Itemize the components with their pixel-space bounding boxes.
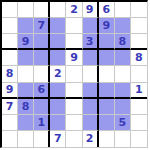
cell-r2c4[interactable]: [50, 18, 66, 34]
cell-r9c7[interactable]: [99, 131, 115, 147]
cell-r3c9[interactable]: [131, 34, 147, 50]
cell-r8c5[interactable]: [66, 115, 82, 131]
cell-r3c6[interactable]: 3: [83, 34, 99, 50]
cell-r5c5[interactable]: [66, 66, 82, 82]
cell-r7c6[interactable]: [83, 99, 99, 115]
cell-r8c2[interactable]: [18, 115, 34, 131]
cell-r6c7[interactable]: [99, 83, 115, 99]
cell-r9c1[interactable]: [2, 131, 18, 147]
cell-r5c1[interactable]: 8: [2, 66, 18, 82]
cell-r2c5[interactable]: [66, 18, 82, 34]
cell-r4c7[interactable]: [99, 50, 115, 66]
cell-r4c3[interactable]: [34, 50, 50, 66]
cell-r7c1[interactable]: 7: [2, 99, 18, 115]
cell-r8c4[interactable]: [50, 115, 66, 131]
cell-r7c7[interactable]: [99, 99, 115, 115]
cell-r6c3[interactable]: 6: [34, 83, 50, 99]
cell-r2c1[interactable]: [2, 18, 18, 34]
cell-r1c4[interactable]: [50, 2, 66, 18]
cell-r9c4[interactable]: 7: [50, 131, 66, 147]
cell-r9c9[interactable]: [131, 131, 147, 147]
cell-r3c1[interactable]: [2, 34, 18, 50]
cell-r8c3[interactable]: 1: [34, 115, 50, 131]
cell-r6c9[interactable]: 1: [131, 83, 147, 99]
cell-r2c6[interactable]: [83, 18, 99, 34]
cell-r2c3[interactable]: 7: [34, 18, 50, 34]
cell-r2c8[interactable]: [115, 18, 131, 34]
cell-r5c7[interactable]: [99, 66, 115, 82]
cell-r7c2[interactable]: 8: [18, 99, 34, 115]
cell-r6c8[interactable]: [115, 83, 131, 99]
cell-r2c2[interactable]: [18, 18, 34, 34]
cell-r6c2[interactable]: [18, 83, 34, 99]
cell-r2c9[interactable]: [131, 18, 147, 34]
cell-r3c2[interactable]: 9: [18, 34, 34, 50]
cell-r8c7[interactable]: [99, 115, 115, 131]
cell-r9c8[interactable]: [115, 131, 131, 147]
cell-r5c4[interactable]: 2: [50, 66, 66, 82]
cell-r7c8[interactable]: [115, 99, 131, 115]
cell-r5c8[interactable]: [115, 66, 131, 82]
cell-r9c2[interactable]: [18, 131, 34, 147]
cell-r6c1[interactable]: 9: [2, 83, 18, 99]
cell-r4c6[interactable]: [83, 50, 99, 66]
cell-r9c6[interactable]: 2: [83, 131, 99, 147]
cell-r6c6[interactable]: [83, 83, 99, 99]
cell-r7c5[interactable]: [66, 99, 82, 115]
cell-r8c9[interactable]: [131, 115, 147, 131]
cell-r5c3[interactable]: [34, 66, 50, 82]
cell-r1c5[interactable]: 2: [66, 2, 82, 18]
cell-r4c9[interactable]: 8: [131, 50, 147, 66]
cell-r6c5[interactable]: [66, 83, 82, 99]
cell-r9c5[interactable]: [66, 131, 82, 147]
cell-r7c9[interactable]: [131, 99, 147, 115]
cell-r3c4[interactable]: [50, 34, 66, 50]
cell-r7c3[interactable]: [34, 99, 50, 115]
cell-r7c4[interactable]: [50, 99, 66, 115]
cell-r1c2[interactable]: [18, 2, 34, 18]
cell-r4c4[interactable]: [50, 50, 66, 66]
cell-r5c9[interactable]: [131, 66, 147, 82]
cell-r2c7[interactable]: 9: [99, 18, 115, 34]
sudoku-board: 296799389882961781572: [0, 0, 148, 148]
cell-r3c7[interactable]: [99, 34, 115, 50]
cell-r3c5[interactable]: [66, 34, 82, 50]
cell-r3c8[interactable]: 8: [115, 34, 131, 50]
cell-r8c6[interactable]: [83, 115, 99, 131]
cell-r1c7[interactable]: 6: [99, 2, 115, 18]
cell-r3c3[interactable]: [34, 34, 50, 50]
cell-r4c1[interactable]: [2, 50, 18, 66]
cell-r5c6[interactable]: [83, 66, 99, 82]
cell-r1c6[interactable]: 9: [83, 2, 99, 18]
cell-r4c2[interactable]: [18, 50, 34, 66]
cell-r4c5[interactable]: 9: [66, 50, 82, 66]
cell-r1c3[interactable]: [34, 2, 50, 18]
cell-r5c2[interactable]: [18, 66, 34, 82]
cell-r1c9[interactable]: [131, 2, 147, 18]
cell-r6c4[interactable]: [50, 83, 66, 99]
cell-r8c1[interactable]: [2, 115, 18, 131]
cell-r1c8[interactable]: [115, 2, 131, 18]
cell-r1c1[interactable]: [2, 2, 18, 18]
cell-r4c8[interactable]: [115, 50, 131, 66]
cell-r9c3[interactable]: [34, 131, 50, 147]
cell-r8c8[interactable]: 5: [115, 115, 131, 131]
